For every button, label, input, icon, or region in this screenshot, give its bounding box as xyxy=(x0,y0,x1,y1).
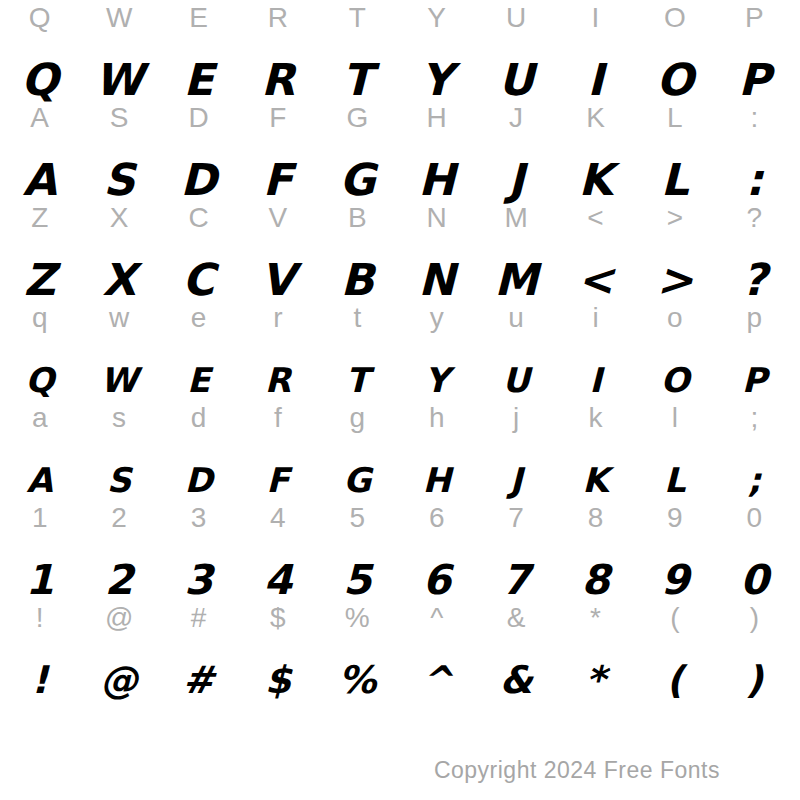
char-cell: 0 xyxy=(715,500,794,536)
char-cell: p xyxy=(715,300,794,336)
char-cell: ; xyxy=(715,400,794,436)
char-cell: W xyxy=(79,0,158,36)
char-cell: 6 xyxy=(397,500,476,536)
specimen-char-row: ASDFGHJKL; xyxy=(0,436,794,500)
char-cell: ? xyxy=(715,200,794,236)
char-cell: # xyxy=(159,600,238,636)
char-cell: u xyxy=(476,300,555,336)
char-cell: 1 xyxy=(0,500,79,536)
char-cell: B xyxy=(318,200,397,236)
reference-char-row: QWERTYUIOP xyxy=(0,0,794,36)
char-cell: * xyxy=(556,636,635,724)
char-cell: C xyxy=(159,200,238,236)
char-cell: S xyxy=(79,100,158,136)
char-cell: f xyxy=(238,400,317,436)
char-cell: F xyxy=(238,100,317,136)
char-cell: N xyxy=(397,200,476,236)
char-cell: o xyxy=(635,300,714,336)
char-cell: ) xyxy=(715,636,794,724)
char-cell: % xyxy=(318,600,397,636)
char-cell: @ xyxy=(79,636,158,724)
char-cell: H xyxy=(397,100,476,136)
char-cell: 7 xyxy=(476,500,555,536)
specimen-char-row: 1234567890 xyxy=(0,536,794,600)
char-cell: & xyxy=(476,600,555,636)
font-specimen-sheet: QWERTYUIOPQWERTYUIOPASDFGHJKL:ASDFGHJKL:… xyxy=(0,0,800,800)
char-cell: # xyxy=(159,636,238,724)
copyright-text: Copyright 2024 Free Fonts xyxy=(434,757,720,784)
char-cell: j xyxy=(476,400,555,436)
char-cell: e xyxy=(159,300,238,336)
char-cell: V xyxy=(238,200,317,236)
reference-char-row: 1234567890 xyxy=(0,500,794,536)
char-cell: i xyxy=(556,300,635,336)
char-cell: k xyxy=(556,400,635,436)
char-cell: ! xyxy=(0,600,79,636)
char-cell: d xyxy=(159,400,238,436)
char-cell: ^ xyxy=(397,600,476,636)
char-cell: G xyxy=(318,100,397,136)
char-cell: Y xyxy=(397,0,476,36)
char-cell: E xyxy=(159,0,238,36)
char-cell: 3 xyxy=(159,500,238,536)
reference-char-row: qwertyuiop xyxy=(0,300,794,336)
char-cell: * xyxy=(556,600,635,636)
char-cell: P xyxy=(715,0,794,36)
char-cell: 5 xyxy=(318,500,397,536)
specimen-char-row: !@#$%^&*() xyxy=(0,636,794,700)
char-cell: L xyxy=(635,100,714,136)
char-cell: 4 xyxy=(238,500,317,536)
char-cell: h xyxy=(397,400,476,436)
char-cell: R xyxy=(238,0,317,36)
char-cell: D xyxy=(159,100,238,136)
specimen-char-row: ASDFGHJKL: xyxy=(0,136,794,200)
reference-char-row: !@#$%^&*() xyxy=(0,600,794,636)
specimen-char-row: ZXCVBNM<>? xyxy=(0,236,794,300)
char-cell: % xyxy=(318,636,397,724)
character-grid: QWERTYUIOPQWERTYUIOPASDFGHJKL:ASDFGHJKL:… xyxy=(0,0,794,700)
char-cell: y xyxy=(397,300,476,336)
char-cell: $ xyxy=(238,600,317,636)
reference-char-row: ZXCVBNM<>? xyxy=(0,200,794,236)
char-cell: J xyxy=(476,100,555,136)
char-cell: @ xyxy=(79,600,158,636)
char-cell: ( xyxy=(635,636,714,724)
char-cell: X xyxy=(79,200,158,236)
char-cell: ( xyxy=(635,600,714,636)
char-cell: U xyxy=(476,0,555,36)
char-cell: : xyxy=(715,100,794,136)
specimen-char-row: QWERTYUIOP xyxy=(0,336,794,400)
char-cell: M xyxy=(476,200,555,236)
reference-char-row: ASDFGHJKL: xyxy=(0,100,794,136)
char-cell: s xyxy=(79,400,158,436)
char-cell: q xyxy=(0,300,79,336)
char-cell: 2 xyxy=(79,500,158,536)
specimen-char-row: QWERTYUIOP xyxy=(0,36,794,100)
char-cell: 8 xyxy=(556,500,635,536)
char-cell: O xyxy=(635,0,714,36)
char-cell: w xyxy=(79,300,158,336)
char-cell: 9 xyxy=(635,500,714,536)
char-cell: ) xyxy=(715,600,794,636)
char-cell: < xyxy=(556,200,635,236)
char-cell: A xyxy=(0,100,79,136)
char-cell: l xyxy=(635,400,714,436)
char-cell: I xyxy=(556,0,635,36)
char-cell: ! xyxy=(0,636,79,724)
char-cell: & xyxy=(476,636,555,724)
char-cell: t xyxy=(318,300,397,336)
char-cell: $ xyxy=(238,636,317,724)
char-cell: T xyxy=(318,0,397,36)
char-cell: a xyxy=(0,400,79,436)
char-cell: Z xyxy=(0,200,79,236)
char-cell: r xyxy=(238,300,317,336)
char-cell: Q xyxy=(0,0,79,36)
char-cell: ^ xyxy=(397,636,476,724)
reference-char-row: asdfghjkl; xyxy=(0,400,794,436)
char-cell: g xyxy=(318,400,397,436)
char-cell: K xyxy=(556,100,635,136)
char-cell: > xyxy=(635,200,714,236)
